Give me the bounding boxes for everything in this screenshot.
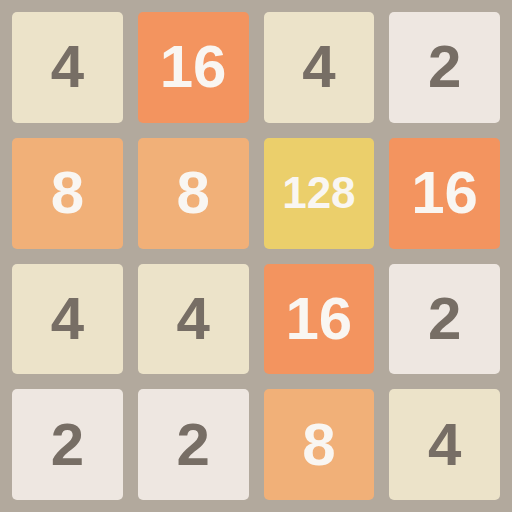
tile-r4c2-value-2: 2 — [138, 389, 249, 500]
tile-r1c1-value-4: 4 — [12, 12, 123, 123]
tile-r1c2-value-16: 16 — [138, 12, 249, 123]
tile-r3c3-value-16: 16 — [264, 264, 375, 375]
tile-r4c1-value-2: 2 — [12, 389, 123, 500]
tile-r4c3-value-8: 8 — [264, 389, 375, 500]
tile-r3c1-value-4: 4 — [12, 264, 123, 375]
tile-r3c2-value-4: 4 — [138, 264, 249, 375]
tile-r2c3-value-128: 128 — [264, 138, 375, 249]
tile-r3c4-value-2: 2 — [389, 264, 500, 375]
tile-r2c4-value-16: 16 — [389, 138, 500, 249]
tile-r2c1-value-8: 8 — [12, 138, 123, 249]
tile-r4c4-value-4: 4 — [389, 389, 500, 500]
tile-r1c4-value-2: 2 — [389, 12, 500, 123]
2048-board[interactable]: 416428812816441622284 — [0, 0, 512, 512]
tile-r2c2-value-8: 8 — [138, 138, 249, 249]
tile-r1c3-value-4: 4 — [264, 12, 375, 123]
